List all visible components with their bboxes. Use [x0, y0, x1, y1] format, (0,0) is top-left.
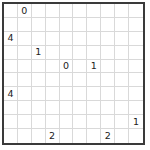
empty-cell-r2c2[interactable] — [32, 32, 46, 46]
empty-cell-r6c2[interactable] — [32, 87, 46, 101]
empty-cell-r2c1[interactable] — [18, 32, 32, 46]
empty-cell-r5c1[interactable] — [18, 73, 32, 87]
empty-cell-r8c3[interactable] — [46, 115, 60, 129]
empty-cell-r1c2[interactable] — [32, 18, 46, 32]
empty-cell-r5c0[interactable] — [4, 73, 18, 87]
empty-cell-r3c8[interactable] — [115, 46, 129, 60]
empty-cell-r3c3[interactable] — [46, 46, 60, 60]
empty-cell-r7c7[interactable] — [101, 101, 115, 115]
empty-cell-r0c3[interactable] — [46, 4, 60, 18]
empty-cell-r6c4[interactable] — [60, 87, 74, 101]
empty-cell-r9c5[interactable] — [73, 129, 87, 143]
empty-cell-r1c1[interactable] — [18, 18, 32, 32]
empty-cell-r7c8[interactable] — [115, 101, 129, 115]
empty-cell-r4c3[interactable] — [46, 60, 60, 74]
empty-cell-r5c7[interactable] — [101, 73, 115, 87]
empty-cell-r9c1[interactable] — [18, 129, 32, 143]
empty-cell-r8c1[interactable] — [18, 115, 32, 129]
empty-cell-r9c4[interactable] — [60, 129, 74, 143]
empty-cell-r7c1[interactable] — [18, 101, 32, 115]
empty-cell-r8c4[interactable] — [60, 115, 74, 129]
empty-cell-r1c9[interactable] — [129, 18, 143, 32]
empty-cell-r2c9[interactable] — [129, 32, 143, 46]
empty-cell-r0c6[interactable] — [87, 4, 101, 18]
empty-cell-r9c0[interactable] — [4, 129, 18, 143]
empty-cell-r6c1[interactable] — [18, 87, 32, 101]
empty-cell-r5c5[interactable] — [73, 73, 87, 87]
empty-cell-r2c7[interactable] — [101, 32, 115, 46]
empty-cell-r5c9[interactable] — [129, 73, 143, 87]
empty-cell-r3c4[interactable] — [60, 46, 74, 60]
empty-cell-r4c1[interactable] — [18, 60, 32, 74]
empty-cell-r1c3[interactable] — [46, 18, 60, 32]
empty-cell-r2c4[interactable] — [60, 32, 74, 46]
empty-cell-r7c6[interactable] — [87, 101, 101, 115]
empty-cell-r0c9[interactable] — [129, 4, 143, 18]
empty-cell-r4c5[interactable] — [73, 60, 87, 74]
empty-cell-r2c6[interactable] — [87, 32, 101, 46]
empty-cell-r4c9[interactable] — [129, 60, 143, 74]
empty-cell-r2c3[interactable] — [46, 32, 60, 46]
empty-cell-r6c8[interactable] — [115, 87, 129, 101]
empty-cell-r4c7[interactable] — [101, 60, 115, 74]
empty-cell-r4c2[interactable] — [32, 60, 46, 74]
clue-cell-r6c0: 4 — [4, 87, 18, 101]
empty-cell-r6c7[interactable] — [101, 87, 115, 101]
empty-cell-r1c5[interactable] — [73, 18, 87, 32]
empty-cell-r7c5[interactable] — [73, 101, 87, 115]
clue-cell-r0c1: 0 — [18, 4, 32, 18]
empty-cell-r4c0[interactable] — [4, 60, 18, 74]
empty-cell-r9c9[interactable] — [129, 129, 143, 143]
empty-cell-r0c7[interactable] — [101, 4, 115, 18]
empty-cell-r3c5[interactable] — [73, 46, 87, 60]
empty-cell-r2c8[interactable] — [115, 32, 129, 46]
empty-cell-r0c5[interactable] — [73, 4, 87, 18]
empty-cell-r1c8[interactable] — [115, 18, 129, 32]
empty-cell-r7c0[interactable] — [4, 101, 18, 115]
empty-cell-r5c6[interactable] — [87, 73, 101, 87]
minesweeper-board: 041014122 — [2, 2, 145, 145]
empty-cell-r3c1[interactable] — [18, 46, 32, 60]
empty-cell-r1c4[interactable] — [60, 18, 74, 32]
empty-cell-r7c2[interactable] — [32, 101, 46, 115]
empty-cell-r5c4[interactable] — [60, 73, 74, 87]
empty-cell-r1c6[interactable] — [87, 18, 101, 32]
empty-cell-r3c0[interactable] — [4, 46, 18, 60]
empty-cell-r6c3[interactable] — [46, 87, 60, 101]
clue-cell-r4c6: 1 — [87, 60, 101, 74]
empty-cell-r6c6[interactable] — [87, 87, 101, 101]
empty-cell-r8c7[interactable] — [101, 115, 115, 129]
empty-cell-r7c4[interactable] — [60, 101, 74, 115]
clue-cell-r9c7: 2 — [101, 129, 115, 143]
empty-cell-r5c8[interactable] — [115, 73, 129, 87]
empty-cell-r8c0[interactable] — [4, 115, 18, 129]
clue-cell-r2c0: 4 — [4, 32, 18, 46]
empty-cell-r1c7[interactable] — [101, 18, 115, 32]
empty-cell-r0c4[interactable] — [60, 4, 74, 18]
empty-cell-r7c3[interactable] — [46, 101, 60, 115]
empty-cell-r5c3[interactable] — [46, 73, 60, 87]
empty-cell-r3c6[interactable] — [87, 46, 101, 60]
clue-cell-r3c2: 1 — [32, 46, 46, 60]
empty-cell-r2c5[interactable] — [73, 32, 87, 46]
empty-cell-r5c2[interactable] — [32, 73, 46, 87]
empty-cell-r7c9[interactable] — [129, 101, 143, 115]
empty-cell-r8c6[interactable] — [87, 115, 101, 129]
empty-cell-r0c2[interactable] — [32, 4, 46, 18]
empty-cell-r6c5[interactable] — [73, 87, 87, 101]
clue-cell-r4c4: 0 — [60, 60, 74, 74]
empty-cell-r3c9[interactable] — [129, 46, 143, 60]
empty-cell-r0c8[interactable] — [115, 4, 129, 18]
empty-cell-r0c0[interactable] — [4, 4, 18, 18]
empty-cell-r9c2[interactable] — [32, 129, 46, 143]
empty-cell-r6c9[interactable] — [129, 87, 143, 101]
empty-cell-r9c8[interactable] — [115, 129, 129, 143]
empty-cell-r1c0[interactable] — [4, 18, 18, 32]
empty-cell-r9c6[interactable] — [87, 129, 101, 143]
empty-cell-r8c5[interactable] — [73, 115, 87, 129]
clue-cell-r8c9: 1 — [129, 115, 143, 129]
clue-cell-r9c3: 2 — [46, 129, 60, 143]
puzzle-screen: 041014122 — [0, 0, 150, 150]
empty-cell-r8c2[interactable] — [32, 115, 46, 129]
empty-cell-r8c8[interactable] — [115, 115, 129, 129]
empty-cell-r3c7[interactable] — [101, 46, 115, 60]
empty-cell-r4c8[interactable] — [115, 60, 129, 74]
